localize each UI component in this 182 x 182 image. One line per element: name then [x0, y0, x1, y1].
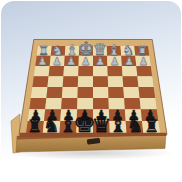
square-e5[interactable]	[78, 87, 94, 98]
square-g4[interactable]	[48, 76, 64, 87]
square-f5[interactable]	[62, 87, 78, 98]
square-e4[interactable]	[78, 76, 93, 87]
piece-wP-e2[interactable]: ♟	[81, 55, 91, 68]
piece-bN-b8[interactable]: ♞	[127, 115, 144, 136]
piece-wP-d2[interactable]: ♟	[95, 55, 105, 68]
piece-bB-c8[interactable]: ♝	[109, 113, 127, 137]
square-a4[interactable]	[137, 76, 153, 87]
piece-wP-b2[interactable]: ♟	[124, 55, 134, 68]
square-b5[interactable]	[123, 87, 139, 98]
square-c5[interactable]	[108, 87, 124, 98]
square-f4[interactable]	[63, 76, 78, 87]
piece-wP-a2[interactable]: ♟	[139, 55, 149, 68]
piece-bR-a8[interactable]: ♜	[144, 116, 160, 136]
chess-set-photo: ♜♞♝♚♛♝♞♜♟♟♟♟♟♟♟♟♟♟♟♟♟♟♟♟♜♞♝♚♛♝♞♜	[0, 0, 182, 182]
square-h5[interactable]	[31, 87, 48, 98]
square-d5[interactable]	[93, 87, 109, 98]
piece-bN-g8[interactable]: ♞	[43, 115, 60, 136]
square-d4[interactable]	[93, 76, 108, 87]
piece-bR-h8[interactable]: ♜	[27, 116, 43, 136]
square-b4[interactable]	[123, 76, 139, 87]
square-h4[interactable]	[32, 76, 48, 87]
piece-wP-h2[interactable]: ♟	[38, 55, 48, 68]
piece-wP-g2[interactable]: ♟	[52, 55, 62, 68]
piece-wP-c2[interactable]: ♟	[110, 55, 120, 68]
photo-frame: ♜♞♝♚♛♝♞♜♟♟♟♟♟♟♟♟♟♟♟♟♟♟♟♟♜♞♝♚♛♝♞♜	[0, 0, 182, 182]
square-c4[interactable]	[108, 76, 124, 87]
piece-wP-f2[interactable]: ♟	[66, 55, 76, 68]
square-a5[interactable]	[139, 87, 156, 98]
square-g5[interactable]	[46, 87, 62, 98]
